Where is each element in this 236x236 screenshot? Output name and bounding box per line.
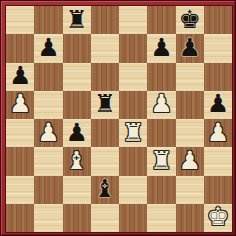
- square-c6[interactable]: [63, 63, 91, 91]
- square-b6[interactable]: [34, 63, 62, 91]
- square-b2[interactable]: [34, 176, 62, 204]
- chess-board: ♜♚♟♟♟♟♟♜♟♟♟♟♜♟♝♜♟♝♚: [6, 6, 232, 232]
- square-h1[interactable]: ♚: [204, 204, 232, 232]
- piece-white-king[interactable]: ♚: [207, 204, 229, 229]
- square-f1[interactable]: [147, 204, 175, 232]
- square-g3[interactable]: ♟: [176, 147, 204, 175]
- piece-black-pawn[interactable]: ♟: [37, 35, 59, 60]
- piece-black-pawn[interactable]: ♟: [178, 35, 200, 60]
- square-g6[interactable]: [176, 63, 204, 91]
- square-b3[interactable]: [34, 147, 62, 175]
- square-h5[interactable]: ♟: [204, 91, 232, 119]
- piece-white-pawn[interactable]: ♟: [207, 120, 229, 145]
- square-b7[interactable]: ♟: [34, 34, 62, 62]
- square-a5[interactable]: ♟: [6, 91, 34, 119]
- square-c3[interactable]: ♝: [63, 147, 91, 175]
- piece-white-bishop[interactable]: ♝: [65, 148, 87, 173]
- square-d8[interactable]: [91, 6, 119, 34]
- square-e7[interactable]: [119, 34, 147, 62]
- square-d1[interactable]: [91, 204, 119, 232]
- piece-white-pawn[interactable]: ♟: [37, 120, 59, 145]
- square-f8[interactable]: [147, 6, 175, 34]
- square-e3[interactable]: [119, 147, 147, 175]
- square-d2[interactable]: ♝: [91, 176, 119, 204]
- piece-white-pawn[interactable]: ♟: [9, 91, 31, 116]
- square-c7[interactable]: [63, 34, 91, 62]
- square-e1[interactable]: [119, 204, 147, 232]
- square-a4[interactable]: [6, 119, 34, 147]
- piece-white-rook[interactable]: ♜: [122, 120, 144, 145]
- square-e4[interactable]: ♜: [119, 119, 147, 147]
- square-h4[interactable]: ♟: [204, 119, 232, 147]
- square-e2[interactable]: [119, 176, 147, 204]
- square-g1[interactable]: [176, 204, 204, 232]
- square-d7[interactable]: [91, 34, 119, 62]
- square-g4[interactable]: [176, 119, 204, 147]
- square-g2[interactable]: [176, 176, 204, 204]
- square-c4[interactable]: ♟: [63, 119, 91, 147]
- square-f3[interactable]: ♜: [147, 147, 175, 175]
- square-d5[interactable]: ♜: [91, 91, 119, 119]
- square-f4[interactable]: [147, 119, 175, 147]
- board-frame: ♜♚♟♟♟♟♟♜♟♟♟♟♜♟♝♜♟♝♚: [0, 0, 236, 236]
- piece-white-rook[interactable]: ♜: [150, 148, 172, 173]
- square-h8[interactable]: [204, 6, 232, 34]
- square-c5[interactable]: [63, 91, 91, 119]
- piece-black-pawn[interactable]: ♟: [9, 63, 31, 88]
- square-d4[interactable]: [91, 119, 119, 147]
- square-f2[interactable]: [147, 176, 175, 204]
- square-e8[interactable]: [119, 6, 147, 34]
- piece-white-pawn[interactable]: ♟: [150, 91, 172, 116]
- piece-black-rook[interactable]: ♜: [94, 91, 116, 116]
- square-d6[interactable]: [91, 63, 119, 91]
- square-a8[interactable]: [6, 6, 34, 34]
- square-h3[interactable]: [204, 147, 232, 175]
- piece-white-pawn[interactable]: ♟: [178, 148, 200, 173]
- square-g7[interactable]: ♟: [176, 34, 204, 62]
- square-g8[interactable]: ♚: [176, 6, 204, 34]
- square-a1[interactable]: [6, 204, 34, 232]
- square-h7[interactable]: [204, 34, 232, 62]
- piece-black-king[interactable]: ♚: [178, 7, 200, 32]
- piece-black-rook[interactable]: ♜: [65, 7, 87, 32]
- square-b4[interactable]: ♟: [34, 119, 62, 147]
- square-c1[interactable]: [63, 204, 91, 232]
- square-a7[interactable]: [6, 34, 34, 62]
- piece-black-bishop[interactable]: ♝: [94, 176, 116, 201]
- square-e6[interactable]: [119, 63, 147, 91]
- square-c8[interactable]: ♜: [63, 6, 91, 34]
- piece-black-pawn[interactable]: ♟: [150, 35, 172, 60]
- square-b1[interactable]: [34, 204, 62, 232]
- square-c2[interactable]: [63, 176, 91, 204]
- square-a6[interactable]: ♟: [6, 63, 34, 91]
- square-f6[interactable]: [147, 63, 175, 91]
- square-e5[interactable]: [119, 91, 147, 119]
- square-g5[interactable]: [176, 91, 204, 119]
- piece-black-pawn[interactable]: ♟: [207, 91, 229, 116]
- square-b8[interactable]: [34, 6, 62, 34]
- square-f5[interactable]: ♟: [147, 91, 175, 119]
- piece-black-pawn[interactable]: ♟: [65, 120, 87, 145]
- square-a2[interactable]: [6, 176, 34, 204]
- square-a3[interactable]: [6, 147, 34, 175]
- square-f7[interactable]: ♟: [147, 34, 175, 62]
- square-h6[interactable]: [204, 63, 232, 91]
- square-h2[interactable]: [204, 176, 232, 204]
- square-b5[interactable]: [34, 91, 62, 119]
- square-d3[interactable]: [91, 147, 119, 175]
